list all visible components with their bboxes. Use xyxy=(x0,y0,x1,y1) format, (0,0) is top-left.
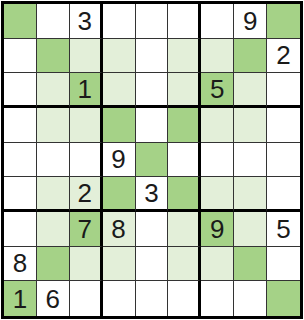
cell-r6c4[interactable] xyxy=(103,177,136,212)
cell-r2c2[interactable] xyxy=(37,39,70,74)
cell-r2c9[interactable]: 2 xyxy=(267,39,300,74)
given-digit: 9 xyxy=(210,216,224,242)
cell-r7c7[interactable]: 9 xyxy=(201,212,234,247)
cell-r5c4[interactable]: 9 xyxy=(103,143,136,178)
cell-r3c8[interactable] xyxy=(234,73,267,108)
cell-r8c6[interactable] xyxy=(168,247,201,282)
cell-r4c8[interactable] xyxy=(234,108,267,143)
cell-r6c6[interactable] xyxy=(168,177,201,212)
cell-r5c3[interactable] xyxy=(70,143,103,178)
cell-r8c3[interactable] xyxy=(70,247,103,282)
cell-r8c7[interactable] xyxy=(201,247,234,282)
cell-r9c9[interactable] xyxy=(267,281,300,316)
given-digit: 3 xyxy=(144,180,158,206)
cell-r1c3[interactable]: 3 xyxy=(70,4,103,39)
cell-r7c2[interactable] xyxy=(37,212,70,247)
cell-r2c4[interactable] xyxy=(103,39,136,74)
cell-r6c3[interactable]: 2 xyxy=(70,177,103,212)
cell-r1c4[interactable] xyxy=(103,4,136,39)
cell-r7c1[interactable] xyxy=(4,212,37,247)
cell-r2c6[interactable] xyxy=(168,39,201,74)
cell-r7c6[interactable] xyxy=(168,212,201,247)
cell-r8c2[interactable] xyxy=(37,247,70,282)
cell-r5c8[interactable] xyxy=(234,143,267,178)
cell-r2c3[interactable] xyxy=(70,39,103,74)
given-digit: 9 xyxy=(111,146,125,172)
cell-r1c8[interactable]: 9 xyxy=(234,4,267,39)
cell-r6c9[interactable] xyxy=(267,177,300,212)
cell-r2c7[interactable] xyxy=(201,39,234,74)
given-digit: 8 xyxy=(111,216,125,242)
given-digit: 2 xyxy=(276,42,290,68)
cell-r3c7[interactable]: 5 xyxy=(201,73,234,108)
cell-r1c2[interactable] xyxy=(37,4,70,39)
cell-r1c6[interactable] xyxy=(168,4,201,39)
cell-r2c5[interactable] xyxy=(136,39,169,74)
cell-r9c8[interactable] xyxy=(234,281,267,316)
cell-r4c1[interactable] xyxy=(4,108,37,143)
cell-r9c6[interactable] xyxy=(168,281,201,316)
cell-r9c2[interactable]: 6 xyxy=(37,281,70,316)
cell-r4c5[interactable] xyxy=(136,108,169,143)
cell-r5c9[interactable] xyxy=(267,143,300,178)
cell-r3c6[interactable] xyxy=(168,73,201,108)
cell-r8c5[interactable] xyxy=(136,247,169,282)
cell-r8c8[interactable] xyxy=(234,247,267,282)
cell-r5c6[interactable] xyxy=(168,143,201,178)
cell-r5c7[interactable] xyxy=(201,143,234,178)
cell-r7c3[interactable]: 7 xyxy=(70,212,103,247)
given-digit: 5 xyxy=(276,216,290,242)
cell-r7c5[interactable] xyxy=(136,212,169,247)
cell-r3c5[interactable] xyxy=(136,73,169,108)
cell-r5c5[interactable] xyxy=(136,143,169,178)
cell-r4c9[interactable] xyxy=(267,108,300,143)
cell-r6c8[interactable] xyxy=(234,177,267,212)
cell-r9c1[interactable]: 1 xyxy=(4,281,37,316)
cell-r8c1[interactable]: 8 xyxy=(4,247,37,282)
cell-r7c8[interactable] xyxy=(234,212,267,247)
sudoku-board: 392159237895816 xyxy=(1,1,303,319)
cell-r4c4[interactable] xyxy=(103,108,136,143)
cell-r9c4[interactable] xyxy=(103,281,136,316)
cell-r6c5[interactable]: 3 xyxy=(136,177,169,212)
cell-r1c1[interactable] xyxy=(4,4,37,39)
cell-r1c7[interactable] xyxy=(201,4,234,39)
cell-r7c9[interactable]: 5 xyxy=(267,212,300,247)
given-digit: 5 xyxy=(210,76,224,102)
cell-r3c9[interactable] xyxy=(267,73,300,108)
cell-r7c4[interactable]: 8 xyxy=(103,212,136,247)
cell-r1c9[interactable] xyxy=(267,4,300,39)
given-digit: 1 xyxy=(13,286,27,312)
cell-r9c3[interactable] xyxy=(70,281,103,316)
cell-r8c9[interactable] xyxy=(267,247,300,282)
cell-r8c4[interactable] xyxy=(103,247,136,282)
cell-r3c2[interactable] xyxy=(37,73,70,108)
given-digit: 1 xyxy=(77,76,91,102)
cell-r3c1[interactable] xyxy=(4,73,37,108)
given-digit: 6 xyxy=(46,286,60,312)
cell-r9c5[interactable] xyxy=(136,281,169,316)
given-digit: 3 xyxy=(77,8,91,34)
given-digit: 8 xyxy=(13,250,27,276)
cell-r6c1[interactable] xyxy=(4,177,37,212)
cell-r4c3[interactable] xyxy=(70,108,103,143)
cell-r5c2[interactable] xyxy=(37,143,70,178)
cell-r4c2[interactable] xyxy=(37,108,70,143)
given-digit: 7 xyxy=(77,216,91,242)
cell-r5c1[interactable] xyxy=(4,143,37,178)
cell-r6c2[interactable] xyxy=(37,177,70,212)
cell-r4c7[interactable] xyxy=(201,108,234,143)
cell-r1c5[interactable] xyxy=(136,4,169,39)
given-digit: 2 xyxy=(77,180,91,206)
cell-r4c6[interactable] xyxy=(168,108,201,143)
cell-r9c7[interactable] xyxy=(201,281,234,316)
given-digit: 9 xyxy=(243,8,257,34)
cell-r6c7[interactable] xyxy=(201,177,234,212)
cell-r3c3[interactable]: 1 xyxy=(70,73,103,108)
cell-r2c8[interactable] xyxy=(234,39,267,74)
sudoku-page: 392159237895816 xyxy=(0,0,304,320)
cell-r3c4[interactable] xyxy=(103,73,136,108)
cell-r2c1[interactable] xyxy=(4,39,37,74)
